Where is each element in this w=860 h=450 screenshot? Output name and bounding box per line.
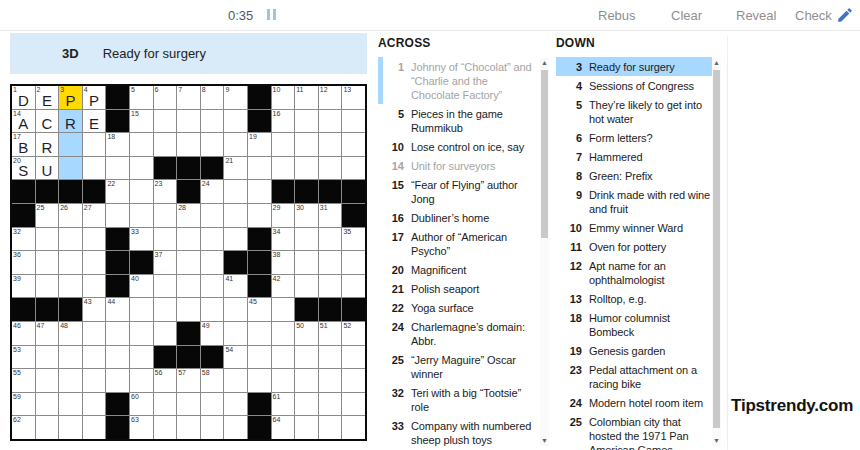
grid-cell-r7c4[interactable] <box>83 228 106 251</box>
grid-cell-r8c2[interactable] <box>36 251 59 274</box>
grid-cell-r14c10[interactable] <box>224 393 247 416</box>
grid-cell-r7c14[interactable] <box>319 228 342 251</box>
grid-cell-r7c9[interactable] <box>201 228 224 251</box>
grid-cell-r2c3[interactable]: R <box>59 110 82 133</box>
grid-cell-r13c15[interactable] <box>342 369 365 392</box>
grid-cell-r2c15[interactable] <box>342 110 365 133</box>
across-clue-14[interactable]: 14Unit for surveyors <box>378 156 534 175</box>
cell-number: 37 <box>155 251 163 259</box>
grid-cell-r3c14[interactable] <box>319 133 342 156</box>
grid-cell-r13c3[interactable] <box>59 369 82 392</box>
grid-cell-r8c7[interactable]: 37 <box>154 251 177 274</box>
grid-cell-r9c3[interactable] <box>59 275 82 298</box>
cell-number: 42 <box>273 275 281 283</box>
grid-cell-r13c8[interactable]: 57 <box>177 369 200 392</box>
grid-cell-r3c9[interactable] <box>201 133 224 156</box>
clue-text: Green: Prefix <box>589 169 712 183</box>
grid-cell-r1c2[interactable]: 2E <box>36 86 59 109</box>
grid-cell-r2c6[interactable]: 15 <box>130 110 153 133</box>
grid-cell-r5c6[interactable] <box>130 180 153 203</box>
across-clue-22[interactable]: 22Yoga surface <box>378 298 534 317</box>
across-clue-24[interactable]: 24Charlemagne’s domain: Abbr. <box>378 317 534 350</box>
grid-cell-r9c2[interactable] <box>36 275 59 298</box>
across-clue-list: 1Johnny of “Chocolat” and “Charlie and t… <box>378 57 534 450</box>
black-cell <box>106 251 129 274</box>
grid-cell-r1c10[interactable]: 9 <box>224 86 247 109</box>
grid-cell-r11c10[interactable] <box>224 322 247 345</box>
grid-cell-r1c9[interactable]: 8 <box>201 86 224 109</box>
grid-cell-r6c13[interactable]: 30 <box>295 204 318 227</box>
grid-cell-r11c2[interactable]: 47 <box>36 322 59 345</box>
black-cell <box>177 322 200 345</box>
down-clue-6[interactable]: 6Form letters? <box>556 128 712 147</box>
clue-number: 6 <box>561 131 589 145</box>
grid-cell-r4c1[interactable]: 20S <box>12 157 35 180</box>
top-toolbar: 0:35 Rebus Clear Reveal Check <box>0 0 860 31</box>
grid-cell-r13c14[interactable] <box>319 369 342 392</box>
grid-cell-r15c7[interactable] <box>154 416 177 439</box>
rebus-button[interactable]: Rebus <box>598 8 636 23</box>
grid-cell-r13c13[interactable] <box>295 369 318 392</box>
scroll-down-icon[interactable]: ▼ <box>712 436 721 446</box>
grid-cell-r15c15[interactable] <box>342 416 365 439</box>
grid-cell-r10c10[interactable] <box>224 298 247 321</box>
grid-cell-r7c7[interactable] <box>154 228 177 251</box>
grid-cell-r15c1[interactable]: 62 <box>12 416 35 439</box>
grid-cell-r2c2[interactable]: C <box>36 110 59 133</box>
grid-cell-r4c11[interactable] <box>248 157 271 180</box>
grid-cell-r9c12[interactable]: 42 <box>272 275 295 298</box>
grid-cell-r6c4[interactable]: 27 <box>83 204 106 227</box>
check-button[interactable]: Check <box>795 8 832 23</box>
down-clue-3[interactable]: 3Ready for surgery <box>556 57 712 76</box>
down-clue-5[interactable]: 5They’re likely to get into hot water <box>556 95 712 128</box>
grid-cell-r5c7[interactable]: 23 <box>154 180 177 203</box>
black-cell <box>83 180 106 203</box>
across-clue-20[interactable]: 20Magnificent <box>378 260 534 279</box>
down-clue-23[interactable]: 23Pedal attachment on a racing bike <box>556 360 712 393</box>
cell-number: 23 <box>155 180 163 188</box>
black-cell <box>272 180 295 203</box>
grid-cell-r8c4[interactable] <box>83 251 106 274</box>
grid-cell-r11c15[interactable]: 52 <box>342 322 365 345</box>
grid-cell-r5c5[interactable]: 22 <box>106 180 129 203</box>
grid-cell-r10c7[interactable] <box>154 298 177 321</box>
grid-cell-r10c9[interactable] <box>201 298 224 321</box>
grid-cell-r2c10[interactable] <box>224 110 247 133</box>
grid-cell-r3c3[interactable] <box>59 133 82 156</box>
grid-cell-r7c13[interactable] <box>295 228 318 251</box>
cell-number: 58 <box>202 369 210 377</box>
grid-cell-r2c4[interactable]: E <box>83 110 106 133</box>
grid-cell-r6c7[interactable] <box>154 204 177 227</box>
grid-cell-r8c13[interactable] <box>295 251 318 274</box>
grid-cell-r4c12[interactable] <box>272 157 295 180</box>
black-cell <box>248 251 271 274</box>
down-clue-4[interactable]: 4Sessions of Congress <box>556 76 712 95</box>
grid-cell-r6c12[interactable]: 29 <box>272 204 295 227</box>
grid-cell-r5c11[interactable] <box>248 180 271 203</box>
clue-text: Colombian city that hosted the 1971 Pan … <box>589 415 712 450</box>
cell-number: 12 <box>320 86 328 94</box>
grid-cell-r12c5[interactable] <box>106 346 129 369</box>
grid-cell-r1c6[interactable]: 5 <box>130 86 153 109</box>
cell-number: 28 <box>178 204 186 212</box>
grid-cell-r9c4[interactable] <box>83 275 106 298</box>
down-clue-8[interactable]: 8Green: Prefix <box>556 166 712 185</box>
grid-cell-r6c2[interactable]: 25 <box>36 204 59 227</box>
down-scrollbar[interactable]: ▲ ▼ <box>712 58 721 446</box>
grid-cell-r3c7[interactable] <box>154 133 177 156</box>
grid-cell-r7c6[interactable]: 33 <box>130 228 153 251</box>
grid-cell-r2c7[interactable] <box>154 110 177 133</box>
across-clue-16[interactable]: 16Dubliner’s home <box>378 208 534 227</box>
grid-cell-r4c15[interactable] <box>342 157 365 180</box>
scroll-up-icon[interactable]: ▲ <box>712 58 721 68</box>
grid-cell-r1c7[interactable]: 6 <box>154 86 177 109</box>
grid-cell-r12c2[interactable] <box>36 346 59 369</box>
down-clue-25[interactable]: 25Colombian city that hosted the 1971 Pa… <box>556 412 712 450</box>
clue-text: Pieces in the game Rummikub <box>411 107 534 135</box>
scrollbar-thumb[interactable] <box>713 70 720 428</box>
cell-letter: P <box>83 93 106 109</box>
clue-number: 23 <box>561 363 589 391</box>
clear-button[interactable]: Clear <box>671 8 702 23</box>
cell-number: 25 <box>37 204 45 212</box>
grid-cell-r13c7[interactable]: 56 <box>154 369 177 392</box>
grid-cell-r1c12[interactable]: 10 <box>272 86 295 109</box>
grid-cell-r4c2[interactable]: U <box>36 157 59 180</box>
pause-icon[interactable] <box>267 9 276 20</box>
scroll-up-icon[interactable]: ▲ <box>540 58 549 68</box>
grid-cell-r12c4[interactable] <box>83 346 106 369</box>
grid-cell-r7c2[interactable] <box>36 228 59 251</box>
cell-number: 18 <box>107 133 115 141</box>
grid-cell-r9c13[interactable] <box>295 275 318 298</box>
grid-cell-r6c9[interactable] <box>201 204 224 227</box>
cell-letter: E <box>36 93 59 109</box>
cell-number: 50 <box>296 322 304 330</box>
grid-cell-r10c5[interactable]: 44 <box>106 298 129 321</box>
grid-cell-r10c6[interactable] <box>130 298 153 321</box>
across-clue-25[interactable]: 25“Jerry Maguire” Oscar winner <box>378 350 534 383</box>
down-clue-11[interactable]: 11Oven for pottery <box>556 237 712 256</box>
grid-cell-r2c12[interactable]: 16 <box>272 110 295 133</box>
grid-cell-r7c1[interactable]: 32 <box>12 228 35 251</box>
grid-cell-r7c8[interactable] <box>177 228 200 251</box>
grid-cell-r1c14[interactable]: 12 <box>319 86 342 109</box>
grid-cell-r15c3[interactable] <box>59 416 82 439</box>
clue-text: Polish seaport <box>411 282 534 296</box>
across-clue-33[interactable]: 33Company with numbered sheep plush toys <box>378 416 534 449</box>
black-cell <box>319 298 342 321</box>
cell-number: 51 <box>320 322 328 330</box>
grid-cell-r12c13[interactable] <box>295 346 318 369</box>
grid-cell-r3c10[interactable] <box>224 133 247 156</box>
crossword-grid[interactable]: 1D2E3P4P567891011121314ACRE151617BR18192… <box>10 84 367 441</box>
grid-cell-r11c5[interactable] <box>106 322 129 345</box>
clue-number: 14 <box>383 159 411 173</box>
grid-cell-r1c4[interactable]: 4P <box>83 86 106 109</box>
grid-cell-r8c8[interactable] <box>177 251 200 274</box>
grid-cell-r4c4[interactable] <box>83 157 106 180</box>
black-cell <box>248 86 271 109</box>
grid-cell-r3c5[interactable]: 18 <box>106 133 129 156</box>
grid-cell-r4c10[interactable]: 21 <box>224 157 247 180</box>
grid-cell-r15c4[interactable] <box>83 416 106 439</box>
down-clue-list: 3Ready for surgery4Sessions of Congress5… <box>556 57 712 450</box>
clue-text: Ready for surgery <box>589 60 712 74</box>
clue-number: 21 <box>383 282 411 296</box>
grid-cell-r1c3[interactable]: 3P <box>59 86 82 109</box>
across-clue-17[interactable]: 17Author of “American Psycho” <box>378 227 534 260</box>
cell-letter: E <box>83 116 106 132</box>
active-clue-bar[interactable]: 3D Ready for surgery <box>10 33 367 74</box>
pencil-icon[interactable] <box>836 6 854 24</box>
black-cell <box>177 157 200 180</box>
black-cell <box>106 275 129 298</box>
grid-cell-r12c1[interactable]: 53 <box>12 346 35 369</box>
black-cell <box>342 180 365 203</box>
grid-cell-r13c2[interactable] <box>36 369 59 392</box>
scrollbar-thumb[interactable] <box>541 70 548 238</box>
grid-cell-r2c9[interactable] <box>201 110 224 133</box>
grid-cell-r6c11[interactable] <box>248 204 271 227</box>
grid-cell-r15c13[interactable] <box>295 416 318 439</box>
cell-number: 31 <box>320 204 328 212</box>
grid-cell-r14c12[interactable]: 61 <box>272 393 295 416</box>
grid-cell-r11c3[interactable]: 48 <box>59 322 82 345</box>
grid-cell-r14c6[interactable]: 60 <box>130 393 153 416</box>
grid-cell-r11c14[interactable]: 51 <box>319 322 342 345</box>
grid-cell-r3c13[interactable] <box>295 133 318 156</box>
grid-cell-r9c9[interactable] <box>201 275 224 298</box>
grid-cell-r14c8[interactable] <box>177 393 200 416</box>
grid-cell-r10c8[interactable] <box>177 298 200 321</box>
clue-number: 10 <box>383 140 411 154</box>
grid-cell-r10c4[interactable]: 43 <box>83 298 106 321</box>
grid-cell-r15c12[interactable]: 64 <box>272 416 295 439</box>
grid-cell-r14c7[interactable] <box>154 393 177 416</box>
clue-number: 12 <box>561 259 589 287</box>
grid-cell-r11c13[interactable]: 50 <box>295 322 318 345</box>
across-panel: ACROSS 1Johnny of “Chocolat” and “Charli… <box>378 36 548 450</box>
grid-cell-r11c6[interactable] <box>130 322 153 345</box>
grid-cell-r3c11[interactable]: 19 <box>248 133 271 156</box>
grid-cell-r14c13[interactable] <box>295 393 318 416</box>
grid-cell-r9c10[interactable]: 41 <box>224 275 247 298</box>
grid-cell-r3c6[interactable] <box>130 133 153 156</box>
across-scrollbar[interactable]: ▲ ▼ <box>540 58 549 446</box>
reveal-button[interactable]: Reveal <box>736 8 776 23</box>
cell-number: 32 <box>13 228 21 236</box>
grid-cell-r6c6[interactable] <box>130 204 153 227</box>
grid-cell-r14c2[interactable] <box>36 393 59 416</box>
cell-number: 55 <box>13 369 21 377</box>
down-clue-13[interactable]: 13Rolltop, e.g. <box>556 289 712 308</box>
grid-cell-r4c6[interactable] <box>130 157 153 180</box>
grid-cell-r12c10[interactable]: 54 <box>224 346 247 369</box>
grid-cell-r9c8[interactable] <box>177 275 200 298</box>
grid-cell-r10c11[interactable]: 45 <box>248 298 271 321</box>
grid-cell-r12c6[interactable] <box>130 346 153 369</box>
cell-number: 19 <box>249 133 257 141</box>
grid-cell-r6c14[interactable]: 31 <box>319 204 342 227</box>
clue-number: 9 <box>561 188 589 216</box>
down-clue-19[interactable]: 19Genesis garden <box>556 341 712 360</box>
grid-cell-r4c5[interactable] <box>106 157 129 180</box>
grid-cell-r12c15[interactable] <box>342 346 365 369</box>
clue-number: 24 <box>561 396 589 410</box>
grid-cell-r5c10[interactable] <box>224 180 247 203</box>
grid-cell-r3c15[interactable] <box>342 133 365 156</box>
clue-text: Company with numbered sheep plush toys <box>411 419 534 447</box>
grid-cell-r13c12[interactable] <box>272 369 295 392</box>
grid-cell-r8c3[interactable] <box>59 251 82 274</box>
grid-cell-r11c9[interactable]: 49 <box>201 322 224 345</box>
panel-divider <box>727 36 728 450</box>
grid-cell-r13c1[interactable]: 55 <box>12 369 35 392</box>
grid-cell-r6c10[interactable] <box>224 204 247 227</box>
grid-cell-r1c1[interactable]: 1D <box>12 86 35 109</box>
grid-cell-r12c3[interactable] <box>59 346 82 369</box>
black-cell <box>248 228 271 251</box>
grid-cell-r8c1[interactable]: 36 <box>12 251 35 274</box>
grid-cell-r12c12[interactable] <box>272 346 295 369</box>
grid-cell-r8c15[interactable] <box>342 251 365 274</box>
across-clue-32[interactable]: 32Teri with a big “Tootsie” role <box>378 383 534 416</box>
down-clue-7[interactable]: 7Hammered <box>556 147 712 166</box>
across-clue-10[interactable]: 10Lose control on ice, say <box>378 137 534 156</box>
grid-cell-r8c14[interactable] <box>319 251 342 274</box>
grid-cell-r3c12[interactable] <box>272 133 295 156</box>
grid-cell-r13c6[interactable] <box>130 369 153 392</box>
grid-cell-r6c3[interactable]: 26 <box>59 204 82 227</box>
cell-number: 39 <box>13 275 21 283</box>
grid-cell-r15c2[interactable] <box>36 416 59 439</box>
grid-cell-r14c1[interactable]: 59 <box>12 393 35 416</box>
clue-number: 16 <box>383 211 411 225</box>
clue-text: Author of “American Psycho” <box>411 230 534 258</box>
down-clue-24[interactable]: 24Modern hotel room item <box>556 393 712 412</box>
grid-cell-r12c14[interactable] <box>319 346 342 369</box>
grid-cell-r2c8[interactable] <box>177 110 200 133</box>
cell-letter: C <box>36 116 59 132</box>
grid-cell-r7c12[interactable]: 34 <box>272 228 295 251</box>
grid-cell-r14c14[interactable] <box>319 393 342 416</box>
grid-cell-r11c7[interactable] <box>154 322 177 345</box>
grid-cell-r1c13[interactable]: 11 <box>295 86 318 109</box>
grid-cell-r11c12[interactable] <box>272 322 295 345</box>
grid-cell-r9c15[interactable] <box>342 275 365 298</box>
grid-cell-r10c12[interactable] <box>272 298 295 321</box>
grid-cell-r3c2[interactable]: R <box>36 133 59 156</box>
grid-cell-r9c7[interactable] <box>154 275 177 298</box>
timer: 0:35 <box>228 8 253 23</box>
clue-text: Yoga surface <box>411 301 534 315</box>
cell-number: 60 <box>131 393 139 401</box>
grid-cell-r1c15[interactable]: 13 <box>342 86 365 109</box>
grid-cell-r1c8[interactable]: 7 <box>177 86 200 109</box>
grid-cell-r8c9[interactable] <box>201 251 224 274</box>
grid-cell-r7c3[interactable] <box>59 228 82 251</box>
cell-number: 22 <box>107 180 115 188</box>
down-clue-9[interactable]: 9Drink made with red wine and fruit <box>556 185 712 218</box>
cell-letter: R <box>36 140 59 156</box>
clue-number: 20 <box>383 263 411 277</box>
clue-number: 33 <box>383 419 411 447</box>
grid-cell-r3c1[interactable]: 17B <box>12 133 35 156</box>
across-clue-21[interactable]: 21Polish seaport <box>378 279 534 298</box>
grid-cell-r11c11[interactable] <box>248 322 271 345</box>
grid-cell-r13c11[interactable] <box>248 369 271 392</box>
grid-cell-r14c3[interactable] <box>59 393 82 416</box>
clue-number: 13 <box>561 292 589 306</box>
black-cell <box>319 180 342 203</box>
grid-cell-r2c14[interactable] <box>319 110 342 133</box>
grid-cell-r15c8[interactable] <box>177 416 200 439</box>
grid-cell-r14c4[interactable] <box>83 393 106 416</box>
down-clue-18[interactable]: 18Humor columnist Bombeck <box>556 308 712 341</box>
grid-cell-r12c11[interactable] <box>248 346 271 369</box>
grid-cell-r14c15[interactable] <box>342 393 365 416</box>
across-clue-5[interactable]: 5Pieces in the game Rummikub <box>378 104 534 137</box>
grid-cell-r6c8[interactable]: 28 <box>177 204 200 227</box>
cell-number: 53 <box>13 346 21 354</box>
across-clue-15[interactable]: 15“Fear of Flying” author Jong <box>378 175 534 208</box>
clue-number: 7 <box>561 150 589 164</box>
grid-cell-r9c1[interactable]: 39 <box>12 275 35 298</box>
grid-cell-r15c10[interactable] <box>224 416 247 439</box>
clue-text: Johnny of “Chocolat” and “Charlie and th… <box>411 60 534 102</box>
grid-cell-r6c5[interactable] <box>106 204 129 227</box>
cell-number: 7 <box>178 86 182 94</box>
grid-cell-r13c10[interactable] <box>224 369 247 392</box>
down-clue-10[interactable]: 10Emmy winner Ward <box>556 218 712 237</box>
grid-cell-r15c6[interactable]: 63 <box>130 416 153 439</box>
grid-cell-r8c12[interactable]: 38 <box>272 251 295 274</box>
grid-cell-r3c4[interactable] <box>83 133 106 156</box>
grid-cell-r13c9[interactable]: 58 <box>201 369 224 392</box>
grid-cell-r5c9[interactable]: 24 <box>201 180 224 203</box>
grid-cell-r4c3[interactable] <box>59 157 82 180</box>
clue-number: 25 <box>383 353 411 381</box>
grid-cell-r15c14[interactable] <box>319 416 342 439</box>
grid-cell-r7c10[interactable] <box>224 228 247 251</box>
grid-cell-r11c1[interactable]: 46 <box>12 322 35 345</box>
grid-cell-r14c9[interactable] <box>201 393 224 416</box>
down-clue-12[interactable]: 12Apt name for an ophthalmologist <box>556 256 712 289</box>
grid-cell-r7c15[interactable]: 35 <box>342 228 365 251</box>
grid-cell-r2c13[interactable] <box>295 110 318 133</box>
grid-cell-r15c9[interactable] <box>201 416 224 439</box>
grid-cell-r2c1[interactable]: 14A <box>12 110 35 133</box>
grid-cell-r3c8[interactable] <box>177 133 200 156</box>
black-cell <box>201 346 224 369</box>
cell-number: 8 <box>202 86 206 94</box>
grid-cell-r4c14[interactable] <box>319 157 342 180</box>
grid-cell-r9c6[interactable]: 40 <box>130 275 153 298</box>
scroll-down-icon[interactable]: ▼ <box>540 436 549 446</box>
grid-cell-r13c5[interactable] <box>106 369 129 392</box>
grid-cell-r11c4[interactable] <box>83 322 106 345</box>
black-cell <box>248 275 271 298</box>
grid-cell-r13c4[interactable] <box>83 369 106 392</box>
across-clue-1[interactable]: 1Johnny of “Chocolat” and “Charlie and t… <box>378 57 534 104</box>
grid-cell-r9c14[interactable] <box>319 275 342 298</box>
grid-cell-r4c13[interactable] <box>295 157 318 180</box>
black-cell <box>106 393 129 416</box>
